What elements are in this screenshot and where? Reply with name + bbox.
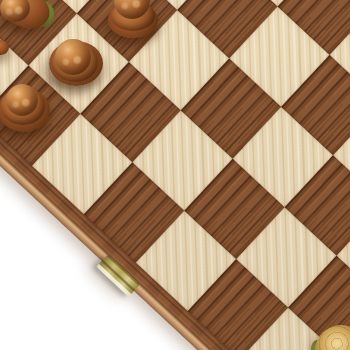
photo-stage: ♟♟♟♟♟♙ — [0, 0, 350, 350]
piece-ball — [55, 39, 91, 75]
piece-ball — [6, 84, 38, 116]
